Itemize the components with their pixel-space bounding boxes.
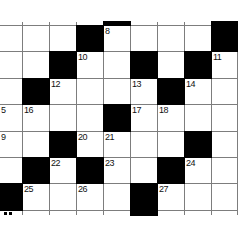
crossword-cell[interactable]	[131, 26, 157, 51]
crossword-cell[interactable]	[0, 26, 22, 51]
crossword-cell[interactable]	[212, 79, 237, 104]
cut-white-cell	[50, 22, 76, 25]
crossword-cell[interactable]	[23, 26, 49, 51]
cut-white-cell	[77, 211, 103, 215]
clue-number: 11	[213, 52, 221, 62]
cut-white-cell	[23, 22, 49, 25]
cut-white-cell	[212, 211, 237, 215]
cut-black-cell	[104, 22, 130, 25]
crossword-cell[interactable]	[212, 105, 237, 130]
cut-black-cell	[131, 211, 157, 215]
cut-white-cell	[50, 211, 76, 215]
clue-number: 10	[78, 52, 87, 62]
clue-number: 25	[24, 184, 33, 194]
crossword-cell[interactable]	[185, 184, 211, 209]
cut-white-cell	[23, 211, 49, 215]
black-cell	[77, 26, 103, 51]
crossword-cell[interactable]	[0, 158, 22, 183]
cut-off-number-fragment	[9, 212, 12, 215]
crossword-cell[interactable]: 22	[50, 158, 76, 183]
black-cell	[185, 52, 211, 77]
crossword-cell[interactable]	[104, 184, 130, 209]
cut-white-cell	[0, 22, 22, 25]
clue-number: 5	[1, 105, 6, 115]
black-cell	[50, 52, 76, 77]
crossword-cell[interactable]: 18	[158, 105, 184, 130]
crossword-cell[interactable]: 23	[104, 158, 130, 183]
crossword-cell[interactable]	[212, 132, 237, 157]
black-cell	[23, 79, 49, 104]
black-cell	[77, 158, 103, 183]
crossword-cell[interactable]: 17	[131, 105, 157, 130]
cut-black-cell	[212, 22, 237, 25]
cut-white-cell	[158, 211, 184, 215]
cut-off-number-fragment	[4, 212, 7, 215]
clue-number: 13	[132, 79, 141, 89]
crossword-cell[interactable]	[77, 79, 103, 104]
black-cell	[23, 158, 49, 183]
crossword-cell[interactable]	[212, 158, 237, 183]
crossword-cell[interactable]: 20	[77, 132, 103, 157]
clue-number: 16	[24, 105, 33, 115]
crossword-cell[interactable]: 8	[104, 26, 130, 51]
cut-white-cell	[104, 211, 130, 215]
black-cell	[158, 79, 184, 104]
crossword-cell[interactable]	[131, 158, 157, 183]
crossword-cell[interactable]: 14	[185, 79, 211, 104]
crossword-cell[interactable]: 12	[50, 79, 76, 104]
crossword-cell[interactable]: 13	[131, 79, 157, 104]
crossword-cell[interactable]: 10	[77, 52, 103, 77]
crossword-cell[interactable]: 9	[0, 132, 22, 157]
clue-number: 22	[51, 158, 60, 168]
black-cell	[131, 52, 157, 77]
crossword-cell[interactable]: 25	[23, 184, 49, 209]
black-cell	[131, 184, 157, 209]
crossword-cell[interactable]	[131, 132, 157, 157]
clue-number: 9	[1, 132, 6, 142]
crossword-cell[interactable]	[0, 79, 22, 104]
crossword-cell[interactable]	[0, 52, 22, 77]
crossword-cell[interactable]	[50, 184, 76, 209]
clue-number: 27	[159, 184, 168, 194]
crossword-cell[interactable]	[50, 26, 76, 51]
black-cell	[212, 26, 237, 51]
clue-number: 8	[105, 26, 110, 36]
crossword-cell[interactable]	[77, 105, 103, 130]
crossword-cell[interactable]	[104, 79, 130, 104]
crossword-cell[interactable]	[185, 105, 211, 130]
crossword-cell[interactable]	[50, 105, 76, 130]
clue-number: 12	[51, 79, 60, 89]
crossword-cell[interactable]: 24	[185, 158, 211, 183]
crossword-screenshot: 81011121314516171892021222324252627	[0, 0, 240, 240]
cut-white-cell	[185, 22, 211, 25]
black-cell	[104, 105, 130, 130]
clue-number: 14	[186, 79, 195, 89]
clue-number: 21	[105, 132, 114, 142]
crossword-cell[interactable]	[158, 132, 184, 157]
crossword-cell[interactable]	[104, 52, 130, 77]
crossword-cell[interactable]: 16	[23, 105, 49, 130]
clue-number: 17	[132, 105, 141, 115]
black-cell	[185, 132, 211, 157]
crossword-cell[interactable]: 5	[0, 105, 22, 130]
clue-number: 24	[186, 158, 195, 168]
cut-white-cell	[185, 211, 211, 215]
cut-white-cell	[131, 22, 157, 25]
black-cell	[0, 184, 22, 209]
cut-white-cell	[158, 22, 184, 25]
cut-white-cell	[77, 22, 103, 25]
crossword-cell[interactable]: 26	[77, 184, 103, 209]
crossword-cell[interactable]	[158, 52, 184, 77]
black-cell	[50, 132, 76, 157]
crossword-cell[interactable]: 21	[104, 132, 130, 157]
clue-number: 20	[78, 132, 87, 142]
clue-number: 26	[78, 184, 87, 194]
black-cell	[158, 158, 184, 183]
crossword-cell[interactable]	[185, 26, 211, 51]
crossword-grid: 81011121314516171892021222324252627	[0, 22, 238, 215]
crossword-cell[interactable]	[23, 52, 49, 77]
crossword-cell[interactable]	[23, 132, 49, 157]
crossword-cell[interactable]	[212, 184, 237, 209]
clue-number: 18	[159, 105, 168, 115]
clue-number: 23	[105, 158, 114, 168]
crossword-cell[interactable]	[158, 26, 184, 51]
crossword-cell[interactable]: 11	[212, 52, 237, 77]
crossword-cell[interactable]: 27	[158, 184, 184, 209]
